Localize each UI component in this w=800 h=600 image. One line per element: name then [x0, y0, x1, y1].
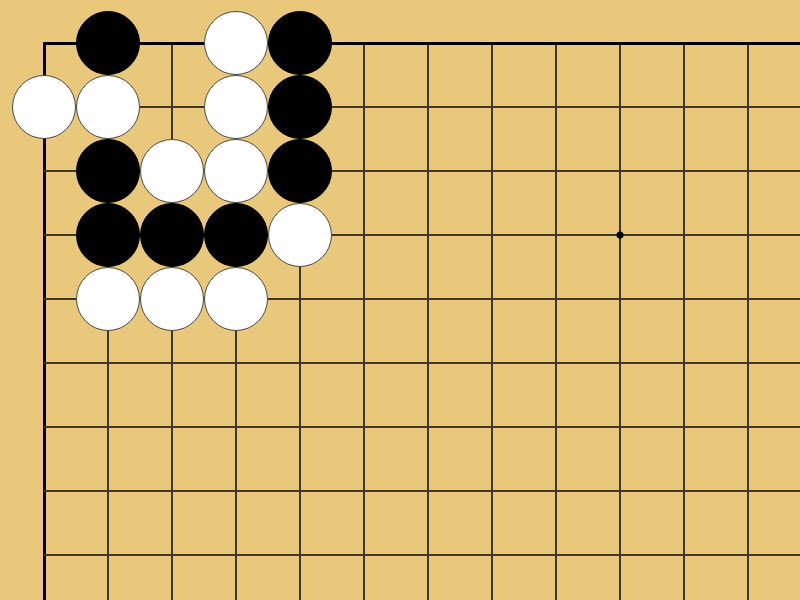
intersection-c12-r3[interactable]	[716, 139, 780, 203]
intersection-c6-r4[interactable]	[332, 203, 396, 267]
intersection-c6-r2[interactable]	[332, 75, 396, 139]
intersection-c5-r8[interactable]	[268, 459, 332, 523]
intersection-c10-r5[interactable]	[588, 267, 652, 331]
intersection-c8-r1[interactable]	[460, 11, 524, 75]
intersection-c1-r2[interactable]	[12, 75, 76, 139]
intersection-c8-r7[interactable]	[460, 395, 524, 459]
intersection-c8-r3[interactable]	[460, 139, 524, 203]
intersection-c5-r7[interactable]	[268, 395, 332, 459]
intersection-c6-r9[interactable]	[332, 523, 396, 587]
intersection-c4-r7[interactable]	[204, 395, 268, 459]
black-stone[interactable]	[140, 203, 204, 267]
intersection-c3-r3[interactable]	[140, 139, 204, 203]
intersection-c1-r7[interactable]	[12, 395, 76, 459]
intersection-c8-r6[interactable]	[460, 331, 524, 395]
intersection-c7-r6[interactable]	[396, 331, 460, 395]
intersection-c1-r1[interactable]	[12, 11, 76, 75]
intersection-c11-r3[interactable]	[652, 139, 716, 203]
intersection-c2-r3[interactable]	[76, 139, 140, 203]
intersection-c8-r4[interactable]	[460, 203, 524, 267]
black-stone[interactable]	[268, 75, 332, 139]
board-intersections	[12, 11, 780, 587]
intersection-c4-r2[interactable]	[204, 75, 268, 139]
intersection-c4-r1[interactable]	[204, 11, 268, 75]
intersection-c5-r6[interactable]	[268, 331, 332, 395]
intersection-c9-r7[interactable]	[524, 395, 588, 459]
intersection-c7-r3[interactable]	[396, 139, 460, 203]
white-stone[interactable]	[204, 75, 268, 139]
intersection-c3-r4[interactable]	[140, 203, 204, 267]
intersection-c12-r2[interactable]	[716, 75, 780, 139]
intersection-c2-r7[interactable]	[76, 395, 140, 459]
intersection-c5-r4[interactable]	[268, 203, 332, 267]
black-stone[interactable]	[268, 11, 332, 75]
intersection-c3-r6[interactable]	[140, 331, 204, 395]
black-stone[interactable]	[76, 203, 140, 267]
intersection-c11-r5[interactable]	[652, 267, 716, 331]
intersection-c7-r7[interactable]	[396, 395, 460, 459]
intersection-c10-r7[interactable]	[588, 395, 652, 459]
white-stone[interactable]	[140, 139, 204, 203]
intersection-c7-r8[interactable]	[396, 459, 460, 523]
intersection-c10-r9[interactable]	[588, 523, 652, 587]
intersection-c8-r8[interactable]	[460, 459, 524, 523]
intersection-c12-r9[interactable]	[716, 523, 780, 587]
intersection-c7-r2[interactable]	[396, 75, 460, 139]
intersection-c12-r5[interactable]	[716, 267, 780, 331]
intersection-c6-r5[interactable]	[332, 267, 396, 331]
intersection-c2-r4[interactable]	[76, 203, 140, 267]
white-stone[interactable]	[268, 203, 332, 267]
intersection-c2-r8[interactable]	[76, 459, 140, 523]
intersection-c5-r3[interactable]	[268, 139, 332, 203]
intersection-c6-r7[interactable]	[332, 395, 396, 459]
intersection-c3-r5[interactable]	[140, 267, 204, 331]
intersection-c3-r9[interactable]	[140, 523, 204, 587]
intersection-c1-r4[interactable]	[12, 203, 76, 267]
intersection-c11-r4[interactable]	[652, 203, 716, 267]
intersection-c8-r5[interactable]	[460, 267, 524, 331]
black-stone[interactable]	[76, 139, 140, 203]
intersection-c3-r2[interactable]	[140, 75, 204, 139]
intersection-c4-r3[interactable]	[204, 139, 268, 203]
intersection-c1-r3[interactable]	[12, 139, 76, 203]
white-stone[interactable]	[140, 267, 204, 331]
intersection-c5-r1[interactable]	[268, 11, 332, 75]
intersection-c6-r3[interactable]	[332, 139, 396, 203]
intersection-c7-r5[interactable]	[396, 267, 460, 331]
intersection-c5-r9[interactable]	[268, 523, 332, 587]
white-stone[interactable]	[204, 267, 268, 331]
intersection-c11-r9[interactable]	[652, 523, 716, 587]
intersection-c2-r5[interactable]	[76, 267, 140, 331]
intersection-c9-r6[interactable]	[524, 331, 588, 395]
white-stone[interactable]	[76, 75, 140, 139]
intersection-c11-r6[interactable]	[652, 331, 716, 395]
intersection-c5-r5[interactable]	[268, 267, 332, 331]
intersection-c3-r7[interactable]	[140, 395, 204, 459]
intersection-c1-r6[interactable]	[12, 331, 76, 395]
intersection-c11-r7[interactable]	[652, 395, 716, 459]
intersection-c7-r9[interactable]	[396, 523, 460, 587]
intersection-c4-r9[interactable]	[204, 523, 268, 587]
intersection-c3-r8[interactable]	[140, 459, 204, 523]
intersection-c9-r5[interactable]	[524, 267, 588, 331]
intersection-c11-r8[interactable]	[652, 459, 716, 523]
intersection-c9-r1[interactable]	[524, 11, 588, 75]
go-board	[0, 0, 800, 600]
intersection-c6-r1[interactable]	[332, 11, 396, 75]
intersection-c3-r1[interactable]	[140, 11, 204, 75]
intersection-c8-r9[interactable]	[460, 523, 524, 587]
intersection-c7-r1[interactable]	[396, 11, 460, 75]
intersection-c10-r6[interactable]	[588, 331, 652, 395]
intersection-c4-r4[interactable]	[204, 203, 268, 267]
intersection-c10-r4[interactable]	[588, 203, 652, 267]
intersection-c4-r8[interactable]	[204, 459, 268, 523]
intersection-c12-r1[interactable]	[716, 11, 780, 75]
intersection-c12-r6[interactable]	[716, 331, 780, 395]
intersection-c9-r2[interactable]	[524, 75, 588, 139]
intersection-c1-r9[interactable]	[12, 523, 76, 587]
intersection-c11-r1[interactable]	[652, 11, 716, 75]
intersection-c9-r8[interactable]	[524, 459, 588, 523]
intersection-c7-r4[interactable]	[396, 203, 460, 267]
intersection-c12-r8[interactable]	[716, 459, 780, 523]
intersection-c1-r8[interactable]	[12, 459, 76, 523]
intersection-c8-r2[interactable]	[460, 75, 524, 139]
intersection-c4-r6[interactable]	[204, 331, 268, 395]
intersection-c1-r5[interactable]	[12, 267, 76, 331]
white-stone[interactable]	[76, 267, 140, 331]
intersection-c9-r4[interactable]	[524, 203, 588, 267]
white-stone[interactable]	[204, 11, 268, 75]
intersection-c9-r9[interactable]	[524, 523, 588, 587]
intersection-c10-r1[interactable]	[588, 11, 652, 75]
intersection-c4-r5[interactable]	[204, 267, 268, 331]
white-stone[interactable]	[204, 139, 268, 203]
intersection-c2-r2[interactable]	[76, 75, 140, 139]
intersection-c2-r6[interactable]	[76, 331, 140, 395]
black-stone[interactable]	[204, 203, 268, 267]
intersection-c2-r9[interactable]	[76, 523, 140, 587]
intersection-c6-r8[interactable]	[332, 459, 396, 523]
intersection-c2-r1[interactable]	[76, 11, 140, 75]
intersection-c12-r4[interactable]	[716, 203, 780, 267]
intersection-c12-r7[interactable]	[716, 395, 780, 459]
black-stone[interactable]	[268, 139, 332, 203]
intersection-c10-r2[interactable]	[588, 75, 652, 139]
white-stone[interactable]	[12, 75, 76, 139]
black-stone[interactable]	[76, 11, 140, 75]
intersection-c11-r2[interactable]	[652, 75, 716, 139]
intersection-c6-r6[interactable]	[332, 331, 396, 395]
intersection-c9-r3[interactable]	[524, 139, 588, 203]
intersection-c10-r3[interactable]	[588, 139, 652, 203]
intersection-c10-r8[interactable]	[588, 459, 652, 523]
intersection-c5-r2[interactable]	[268, 75, 332, 139]
